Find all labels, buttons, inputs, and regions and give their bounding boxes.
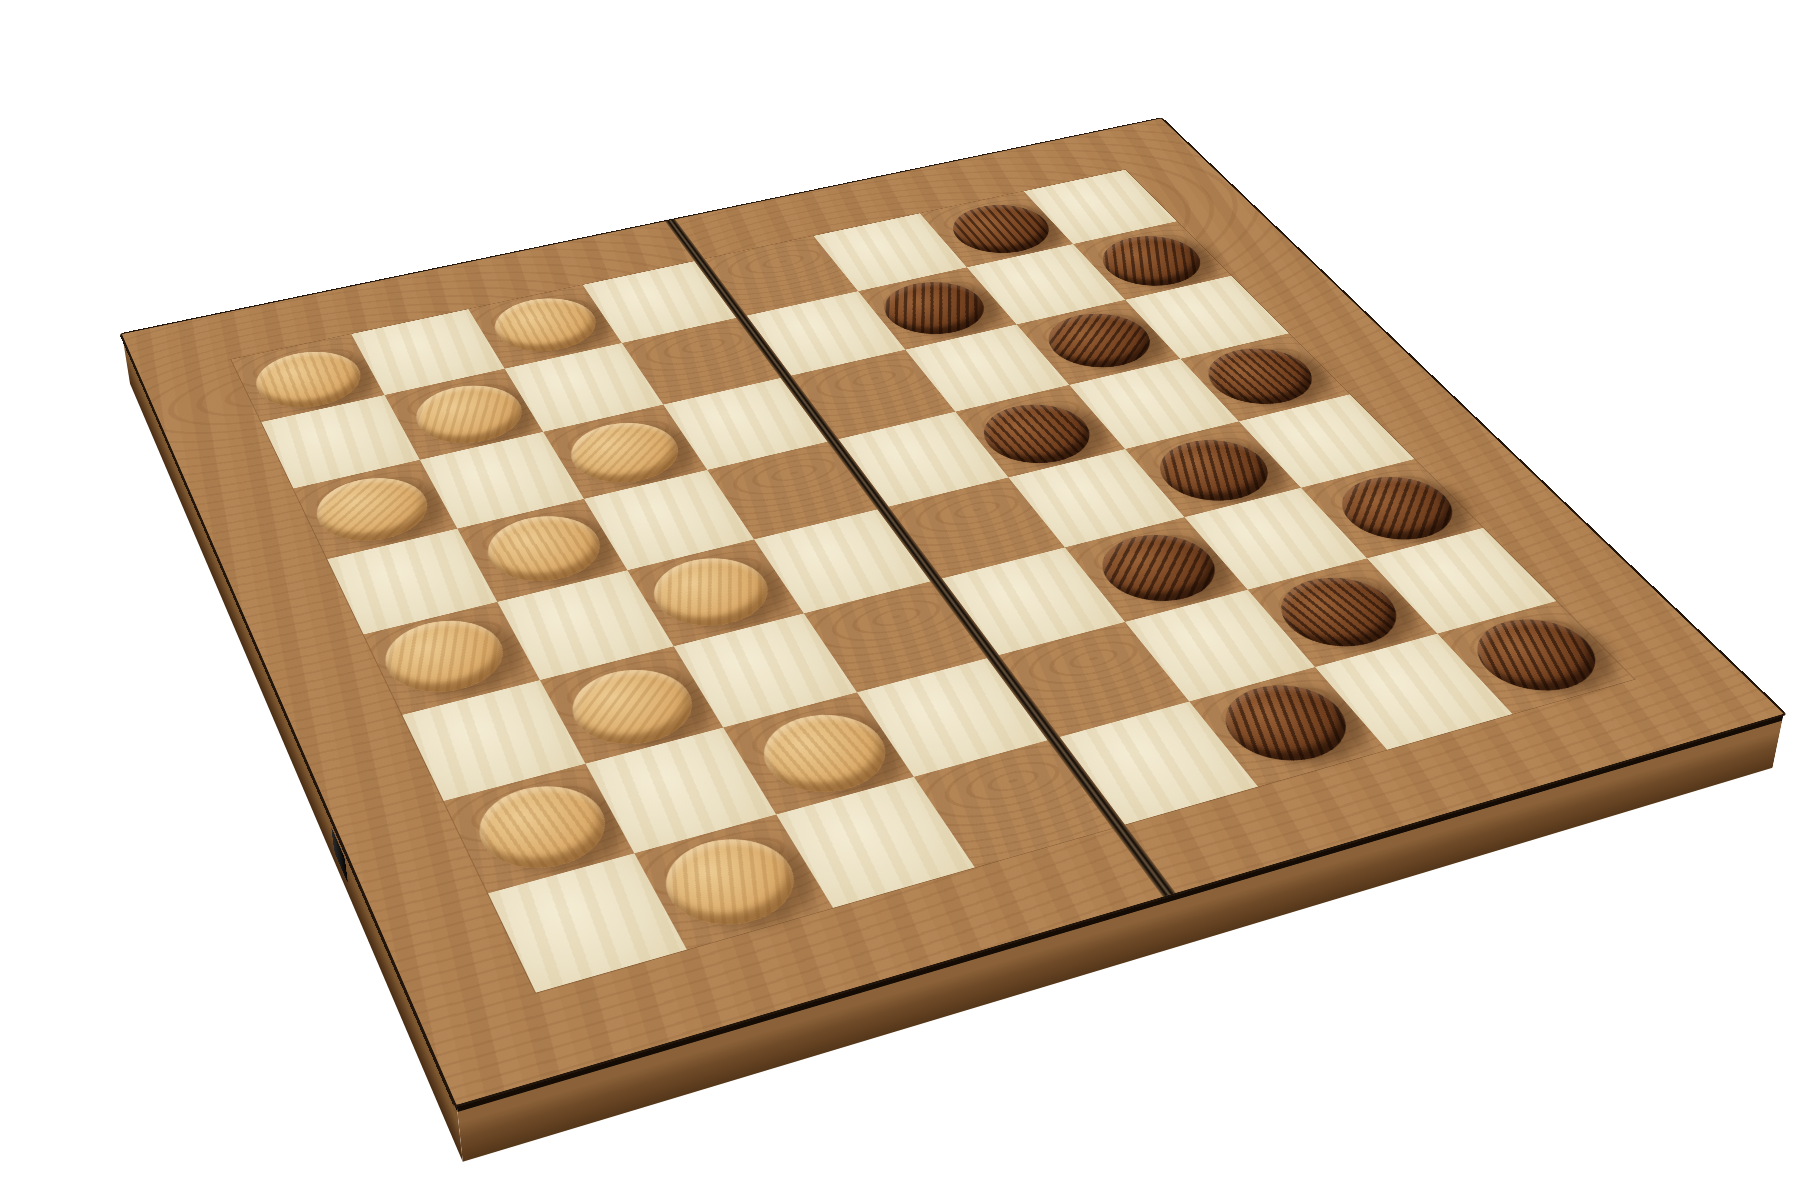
checker-light-man[interactable] xyxy=(464,774,622,881)
checker-light-man[interactable] xyxy=(305,469,441,551)
square-f1r7 xyxy=(444,764,635,894)
square-f2r6 xyxy=(540,646,723,763)
square-f3r8 xyxy=(776,777,975,908)
checker-dark-man[interactable] xyxy=(1084,525,1235,612)
checker-dark-man[interactable] xyxy=(1322,468,1473,550)
square-f6r6 xyxy=(1065,517,1248,622)
square-f8r8 xyxy=(1437,601,1634,714)
product-photo-scene xyxy=(0,0,1800,1200)
checker-dark-man[interactable] xyxy=(1261,568,1418,658)
checker-dark-man[interactable] xyxy=(1205,674,1368,773)
square-f8r7 xyxy=(1367,528,1556,634)
square-f3r7 xyxy=(723,692,914,814)
square-f2r5 xyxy=(497,570,673,680)
square-f1r5 xyxy=(364,602,540,715)
square-f6r8 xyxy=(1189,667,1387,787)
square-f3r5 xyxy=(627,539,803,646)
checker-light-man[interactable] xyxy=(372,610,518,703)
square-f1r6 xyxy=(402,680,585,801)
square-f3r6 xyxy=(674,613,857,727)
checker-light-man[interactable] xyxy=(474,506,615,591)
checker-light-man[interactable] xyxy=(557,659,709,756)
square-f1r8 xyxy=(488,853,687,992)
square-f1r4 xyxy=(327,529,497,635)
square-f2r8 xyxy=(634,815,833,950)
checker-dark-man[interactable] xyxy=(1456,609,1619,702)
checker-light-man[interactable] xyxy=(648,826,812,938)
checker-light-man[interactable] xyxy=(638,548,784,636)
square-f4r5 xyxy=(754,509,930,613)
square-f6r7 xyxy=(1125,590,1315,702)
square-f7r8 xyxy=(1315,634,1512,750)
square-f2r4 xyxy=(457,499,627,602)
checker-light-man[interactable] xyxy=(746,703,904,804)
square-f7r7 xyxy=(1248,558,1438,667)
checkers-board xyxy=(119,117,1788,1108)
square-f2r7 xyxy=(585,728,776,854)
